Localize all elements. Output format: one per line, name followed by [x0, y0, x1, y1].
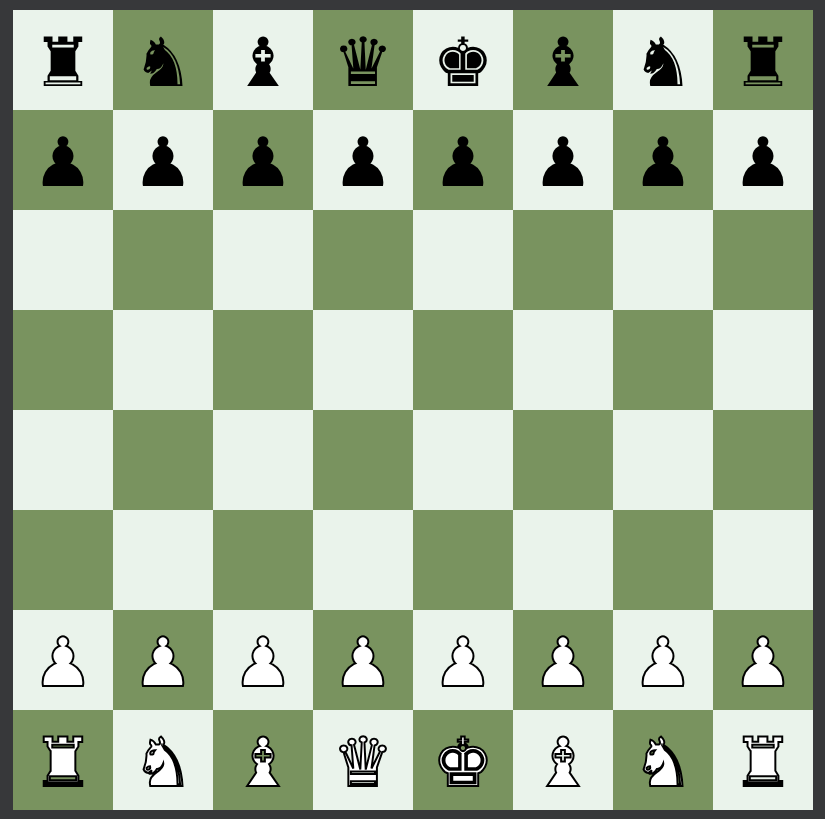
- square-f1[interactable]: ♝: [513, 710, 613, 810]
- square-b8[interactable]: ♞: [113, 10, 213, 110]
- piece-black-pawn[interactable]: ♟: [633, 129, 694, 197]
- chess-board: ♜♞♝♛♚♝♞♜♟♟♟♟♟♟♟♟♟♟♟♟♟♟♟♟♜♞♝♛♚♝♞♜: [13, 10, 813, 810]
- square-f6[interactable]: [513, 210, 613, 310]
- square-f5[interactable]: [513, 310, 613, 410]
- piece-black-pawn[interactable]: ♟: [33, 129, 94, 197]
- square-f8[interactable]: ♝: [513, 10, 613, 110]
- piece-black-knight[interactable]: ♞: [133, 29, 194, 97]
- square-g3[interactable]: [613, 510, 713, 610]
- square-e7[interactable]: ♟: [413, 110, 513, 210]
- square-h3[interactable]: [713, 510, 813, 610]
- square-b3[interactable]: [113, 510, 213, 610]
- square-h1[interactable]: ♜: [713, 710, 813, 810]
- square-d2[interactable]: ♟: [313, 610, 413, 710]
- piece-white-knight[interactable]: ♞: [633, 729, 694, 797]
- square-a1[interactable]: ♜: [13, 710, 113, 810]
- piece-black-pawn[interactable]: ♟: [333, 129, 394, 197]
- piece-black-bishop[interactable]: ♝: [233, 29, 294, 97]
- piece-black-queen[interactable]: ♛: [333, 29, 394, 97]
- piece-white-pawn[interactable]: ♟: [233, 629, 294, 697]
- square-g5[interactable]: [613, 310, 713, 410]
- square-d7[interactable]: ♟: [313, 110, 413, 210]
- square-h6[interactable]: [713, 210, 813, 310]
- square-b7[interactable]: ♟: [113, 110, 213, 210]
- piece-black-king[interactable]: ♚: [433, 29, 494, 97]
- square-b5[interactable]: [113, 310, 213, 410]
- piece-white-pawn[interactable]: ♟: [433, 629, 494, 697]
- piece-black-pawn[interactable]: ♟: [433, 129, 494, 197]
- square-g1[interactable]: ♞: [613, 710, 713, 810]
- piece-white-pawn[interactable]: ♟: [33, 629, 94, 697]
- piece-white-knight[interactable]: ♞: [133, 729, 194, 797]
- square-h4[interactable]: [713, 410, 813, 510]
- piece-white-pawn[interactable]: ♟: [133, 629, 194, 697]
- square-f4[interactable]: [513, 410, 613, 510]
- square-e6[interactable]: [413, 210, 513, 310]
- square-d5[interactable]: [313, 310, 413, 410]
- square-g7[interactable]: ♟: [613, 110, 713, 210]
- square-f2[interactable]: ♟: [513, 610, 613, 710]
- square-h8[interactable]: ♜: [713, 10, 813, 110]
- piece-white-king[interactable]: ♚: [433, 729, 494, 797]
- square-c1[interactable]: ♝: [213, 710, 313, 810]
- piece-white-queen[interactable]: ♛: [333, 729, 394, 797]
- piece-white-pawn[interactable]: ♟: [633, 629, 694, 697]
- square-c5[interactable]: [213, 310, 313, 410]
- piece-black-bishop[interactable]: ♝: [533, 29, 594, 97]
- square-a5[interactable]: [13, 310, 113, 410]
- square-c3[interactable]: [213, 510, 313, 610]
- square-c7[interactable]: ♟: [213, 110, 313, 210]
- square-g6[interactable]: [613, 210, 713, 310]
- piece-white-bishop[interactable]: ♝: [533, 729, 594, 797]
- square-a6[interactable]: [13, 210, 113, 310]
- square-a2[interactable]: ♟: [13, 610, 113, 710]
- piece-black-knight[interactable]: ♞: [633, 29, 694, 97]
- piece-white-pawn[interactable]: ♟: [533, 629, 594, 697]
- square-f7[interactable]: ♟: [513, 110, 613, 210]
- square-c2[interactable]: ♟: [213, 610, 313, 710]
- square-e8[interactable]: ♚: [413, 10, 513, 110]
- square-e1[interactable]: ♚: [413, 710, 513, 810]
- piece-black-rook[interactable]: ♜: [33, 29, 94, 97]
- square-h2[interactable]: ♟: [713, 610, 813, 710]
- square-b2[interactable]: ♟: [113, 610, 213, 710]
- piece-white-bishop[interactable]: ♝: [233, 729, 294, 797]
- square-d1[interactable]: ♛: [313, 710, 413, 810]
- piece-white-pawn[interactable]: ♟: [733, 629, 794, 697]
- square-b4[interactable]: [113, 410, 213, 510]
- square-a8[interactable]: ♜: [13, 10, 113, 110]
- piece-black-pawn[interactable]: ♟: [233, 129, 294, 197]
- square-b1[interactable]: ♞: [113, 710, 213, 810]
- square-g2[interactable]: ♟: [613, 610, 713, 710]
- square-e2[interactable]: ♟: [413, 610, 513, 710]
- piece-black-rook[interactable]: ♜: [733, 29, 794, 97]
- square-e4[interactable]: [413, 410, 513, 510]
- square-d6[interactable]: [313, 210, 413, 310]
- piece-white-rook[interactable]: ♜: [33, 729, 94, 797]
- square-g4[interactable]: [613, 410, 713, 510]
- piece-black-pawn[interactable]: ♟: [133, 129, 194, 197]
- piece-black-pawn[interactable]: ♟: [533, 129, 594, 197]
- piece-black-pawn[interactable]: ♟: [733, 129, 794, 197]
- square-f3[interactable]: [513, 510, 613, 610]
- square-h5[interactable]: [713, 310, 813, 410]
- square-a7[interactable]: ♟: [13, 110, 113, 210]
- square-c8[interactable]: ♝: [213, 10, 313, 110]
- square-a4[interactable]: [13, 410, 113, 510]
- square-h7[interactable]: ♟: [713, 110, 813, 210]
- square-a3[interactable]: [13, 510, 113, 610]
- square-d8[interactable]: ♛: [313, 10, 413, 110]
- board-frame: ♜♞♝♛♚♝♞♜♟♟♟♟♟♟♟♟♟♟♟♟♟♟♟♟♜♞♝♛♚♝♞♜: [0, 0, 825, 819]
- square-c4[interactable]: [213, 410, 313, 510]
- square-e5[interactable]: [413, 310, 513, 410]
- square-b6[interactable]: [113, 210, 213, 310]
- piece-white-rook[interactable]: ♜: [733, 729, 794, 797]
- square-g8[interactable]: ♞: [613, 10, 713, 110]
- piece-white-pawn[interactable]: ♟: [333, 629, 394, 697]
- square-d3[interactable]: [313, 510, 413, 610]
- square-c6[interactable]: [213, 210, 313, 310]
- square-e3[interactable]: [413, 510, 513, 610]
- square-d4[interactable]: [313, 410, 413, 510]
